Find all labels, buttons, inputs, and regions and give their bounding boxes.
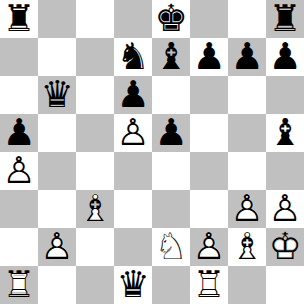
piece-glyph: ♜ [0, 0, 38, 38]
square-b4[interactable] [38, 152, 76, 190]
square-e7[interactable]: ♝ [152, 38, 190, 76]
square-g2[interactable]: ♝♗ [228, 228, 266, 266]
square-f3[interactable] [190, 190, 228, 228]
square-b6[interactable]: ♛ [38, 76, 76, 114]
piece-black-bishop: ♝ [266, 114, 304, 152]
piece-black-pawn: ♟ [152, 114, 190, 152]
piece-white-pawn: ♟♙ [190, 228, 228, 266]
square-b2[interactable]: ♟♙ [38, 228, 76, 266]
square-g4[interactable] [228, 152, 266, 190]
square-g8[interactable] [228, 0, 266, 38]
square-c8[interactable] [76, 0, 114, 38]
square-d1[interactable]: ♛ [114, 266, 152, 304]
piece-glyph: ♜ [266, 0, 304, 38]
piece-glyph: ♘ [152, 228, 190, 266]
square-a1[interactable]: ♜♖ [0, 266, 38, 304]
square-b3[interactable] [38, 190, 76, 228]
square-b8[interactable] [38, 0, 76, 38]
piece-glyph: ♖ [0, 266, 38, 304]
piece-black-pawn: ♟ [228, 38, 266, 76]
square-a2[interactable] [0, 228, 38, 266]
square-b5[interactable] [38, 114, 76, 152]
square-f8[interactable] [190, 0, 228, 38]
square-f5[interactable] [190, 114, 228, 152]
square-g7[interactable]: ♟ [228, 38, 266, 76]
piece-glyph: ♙ [0, 152, 38, 190]
square-c2[interactable] [76, 228, 114, 266]
piece-black-queen: ♛ [114, 266, 152, 304]
piece-black-pawn: ♟ [114, 76, 152, 114]
piece-black-pawn: ♟ [190, 38, 228, 76]
square-e1[interactable] [152, 266, 190, 304]
square-c5[interactable] [76, 114, 114, 152]
square-h7[interactable]: ♟ [266, 38, 304, 76]
square-d3[interactable] [114, 190, 152, 228]
piece-glyph: ♗ [76, 190, 114, 228]
piece-glyph: ♖ [190, 266, 228, 304]
square-d2[interactable] [114, 228, 152, 266]
piece-glyph: ♟ [266, 38, 304, 76]
piece-white-pawn: ♟♙ [266, 190, 304, 228]
square-b7[interactable] [38, 38, 76, 76]
piece-white-king: ♚♔ [266, 228, 304, 266]
square-a8[interactable]: ♜ [0, 0, 38, 38]
piece-glyph: ♛ [114, 266, 152, 304]
piece-glyph: ♟ [152, 114, 190, 152]
piece-glyph: ♙ [38, 228, 76, 266]
square-e6[interactable] [152, 76, 190, 114]
piece-glyph: ♙ [228, 190, 266, 228]
square-d6[interactable]: ♟ [114, 76, 152, 114]
square-d8[interactable] [114, 0, 152, 38]
square-g5[interactable] [228, 114, 266, 152]
square-e4[interactable] [152, 152, 190, 190]
piece-black-rook: ♜ [266, 0, 304, 38]
square-d4[interactable] [114, 152, 152, 190]
piece-white-pawn: ♟♙ [38, 228, 76, 266]
piece-black-queen: ♛ [38, 76, 76, 114]
chess-board: ♜♚♜♞♝♟♟♟♛♟♟♟♙♟♝♟♙♝♗♟♙♟♙♟♙♞♘♟♙♝♗♚♔♜♖♛♜♖ [0, 0, 304, 304]
square-h8[interactable]: ♜ [266, 0, 304, 38]
square-h6[interactable] [266, 76, 304, 114]
piece-black-knight: ♞ [114, 38, 152, 76]
square-a5[interactable]: ♟ [0, 114, 38, 152]
square-c3[interactable]: ♝♗ [76, 190, 114, 228]
square-f4[interactable] [190, 152, 228, 190]
piece-black-bishop: ♝ [152, 38, 190, 76]
square-h4[interactable] [266, 152, 304, 190]
square-f6[interactable] [190, 76, 228, 114]
piece-glyph: ♟ [190, 38, 228, 76]
square-g3[interactable]: ♟♙ [228, 190, 266, 228]
square-h1[interactable] [266, 266, 304, 304]
square-f7[interactable]: ♟ [190, 38, 228, 76]
square-a6[interactable] [0, 76, 38, 114]
piece-white-knight: ♞♘ [152, 228, 190, 266]
piece-glyph: ♝ [266, 114, 304, 152]
square-a4[interactable]: ♟♙ [0, 152, 38, 190]
piece-black-pawn: ♟ [0, 114, 38, 152]
square-g6[interactable] [228, 76, 266, 114]
piece-white-bishop: ♝♗ [76, 190, 114, 228]
piece-black-king: ♚ [152, 0, 190, 38]
piece-glyph: ♙ [266, 190, 304, 228]
square-a7[interactable] [0, 38, 38, 76]
piece-glyph: ♔ [266, 228, 304, 266]
piece-white-rook: ♜♖ [190, 266, 228, 304]
square-c4[interactable] [76, 152, 114, 190]
square-b1[interactable] [38, 266, 76, 304]
square-e5[interactable]: ♟ [152, 114, 190, 152]
piece-glyph: ♚ [152, 0, 190, 38]
piece-white-pawn: ♟♙ [114, 114, 152, 152]
piece-white-rook: ♜♖ [0, 266, 38, 304]
square-c7[interactable] [76, 38, 114, 76]
piece-glyph: ♙ [114, 114, 152, 152]
piece-white-bishop: ♝♗ [228, 228, 266, 266]
piece-glyph: ♝ [152, 38, 190, 76]
square-f2[interactable]: ♟♙ [190, 228, 228, 266]
piece-glyph: ♛ [38, 76, 76, 114]
square-g1[interactable] [228, 266, 266, 304]
square-h5[interactable]: ♝ [266, 114, 304, 152]
piece-glyph: ♗ [228, 228, 266, 266]
piece-black-pawn: ♟ [266, 38, 304, 76]
square-f1[interactable]: ♜♖ [190, 266, 228, 304]
square-e2[interactable]: ♞♘ [152, 228, 190, 266]
square-e8[interactable]: ♚ [152, 0, 190, 38]
square-h3[interactable]: ♟♙ [266, 190, 304, 228]
square-c1[interactable] [76, 266, 114, 304]
piece-glyph: ♙ [190, 228, 228, 266]
piece-glyph: ♟ [114, 76, 152, 114]
piece-white-pawn: ♟♙ [228, 190, 266, 228]
square-d7[interactable]: ♞ [114, 38, 152, 76]
piece-white-pawn: ♟♙ [0, 152, 38, 190]
piece-glyph: ♟ [0, 114, 38, 152]
square-d5[interactable]: ♟♙ [114, 114, 152, 152]
piece-black-rook: ♜ [0, 0, 38, 38]
piece-glyph: ♟ [228, 38, 266, 76]
square-a3[interactable] [0, 190, 38, 228]
square-c6[interactable] [76, 76, 114, 114]
piece-glyph: ♞ [114, 38, 152, 76]
square-h2[interactable]: ♚♔ [266, 228, 304, 266]
square-e3[interactable] [152, 190, 190, 228]
